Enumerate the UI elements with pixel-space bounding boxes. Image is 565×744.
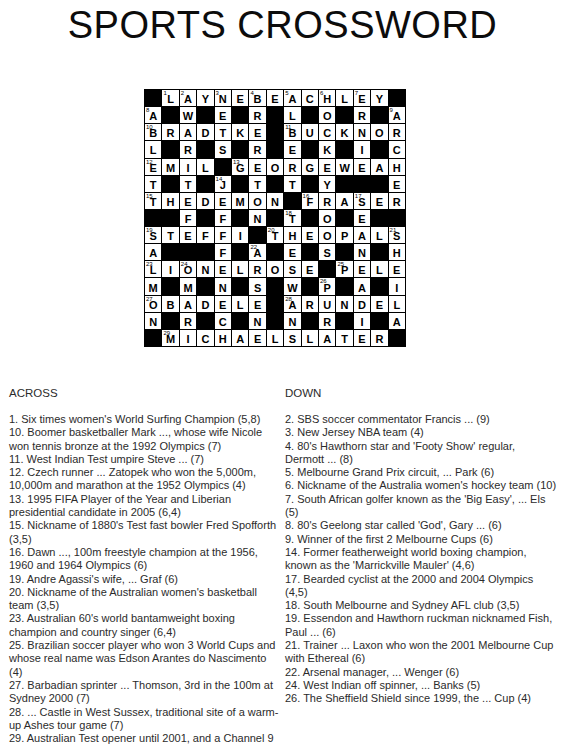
grid-cell[interactable]: E [249, 124, 265, 140]
grid-cell[interactable]: 18T [284, 210, 300, 226]
grid-cell-black [302, 313, 318, 329]
grid-cell[interactable]: R [302, 296, 318, 312]
grid-cell[interactable]: A [336, 193, 352, 209]
grid-cell[interactable]: E [302, 261, 318, 277]
cell-letter: L [376, 262, 383, 276]
grid-cell[interactable]: A [232, 330, 248, 346]
cell-letter: A [341, 194, 349, 208]
grid-cell[interactable]: L [197, 159, 213, 175]
clue-number: 5 [285, 90, 288, 97]
grid-cell[interactable]: I [354, 141, 370, 157]
crossword-grid: 1L2AY3NE4BE5AC6HL7EY8AWERLOR9A10BRADTKE1… [144, 89, 406, 347]
grid-cell[interactable]: Y [197, 90, 213, 106]
down-clue: 6. Nickname of the Australia women's hoc… [285, 479, 557, 492]
across-clue: 20. Nickname of the Australian women's b… [9, 586, 279, 613]
grid-cell[interactable]: 6H [319, 90, 335, 106]
grid-cell[interactable]: N [249, 210, 265, 226]
grid-cell-black [336, 210, 352, 226]
grid-cell[interactable]: E [371, 296, 387, 312]
grid-cell-black [162, 176, 178, 192]
grid-cell[interactable]: A [145, 244, 161, 260]
grid-cell[interactable]: 20T [267, 227, 283, 243]
cell-letter: E [306, 262, 313, 276]
grid-cell[interactable]: S [284, 330, 300, 346]
grid-cell-black [336, 141, 352, 157]
cell-letter: L [306, 331, 313, 345]
grid-cell-black [162, 244, 178, 260]
clue-number: 8 [146, 107, 149, 114]
grid-cell[interactable]: 17S [354, 193, 370, 209]
grid-cell[interactable]: B [162, 296, 178, 312]
grid-cell-black [197, 141, 213, 157]
grid-cell[interactable]: C [319, 124, 335, 140]
grid-cell-black [319, 261, 335, 277]
cell-letter: N [254, 314, 262, 328]
grid-cell[interactable]: L [145, 141, 161, 157]
grid-cell[interactable]: I [180, 330, 196, 346]
clue-number: 25 [337, 261, 344, 268]
down-clue: 8. 80's Geelong star called 'God', Gary … [285, 519, 557, 532]
grid-cell[interactable]: U [302, 124, 318, 140]
grid-cell-black [336, 313, 352, 329]
cell-letter: M [183, 280, 192, 294]
grid-cell[interactable]: L [267, 330, 283, 346]
grid-cell[interactable]: C [389, 141, 405, 157]
cell-letter: M [149, 280, 158, 294]
clue-number: 21 [390, 227, 397, 234]
grid-cell[interactable]: E [389, 261, 405, 277]
cell-letter: A [358, 228, 366, 242]
cell-letter: D [358, 297, 366, 311]
grid-cell[interactable]: I [354, 313, 370, 329]
grid-cell[interactable]: T [249, 176, 265, 192]
clue-number: 16 [303, 193, 310, 200]
cell-letter: R [306, 297, 314, 311]
grid-cell[interactable]: T [215, 124, 231, 140]
grid-cell-black [267, 141, 283, 157]
grid-cell[interactable]: H [215, 330, 231, 346]
cell-letter: N [341, 297, 349, 311]
grid-cell[interactable]: 4B [249, 90, 265, 106]
grid-cell[interactable]: A [389, 313, 405, 329]
cell-letter: E [184, 194, 191, 208]
grid-cell[interactable]: R [319, 313, 335, 329]
grid-cell[interactable]: O [267, 159, 283, 175]
grid-cell[interactable]: A [354, 227, 370, 243]
grid-cell[interactable]: D [197, 124, 213, 140]
down-clue: 24. West Indian off spinner, ... Banks (… [285, 679, 557, 692]
grid-cell[interactable]: T [145, 176, 161, 192]
cell-letter: Y [324, 177, 331, 191]
grid-cell[interactable]: M [232, 193, 248, 209]
clue-number: 29 [163, 330, 170, 337]
grid-cell[interactable]: W [336, 159, 352, 175]
grid-cell[interactable]: M [180, 278, 196, 294]
grid-cell[interactable]: E [284, 141, 300, 157]
down-clue: 21. Trainer ... Laxon who won the 2001 M… [285, 639, 557, 666]
clue-number: 23 [146, 261, 153, 268]
down-clue: 22. Arsenal manager, ... Wenger (6) [285, 666, 557, 679]
cell-letter: G [306, 160, 315, 174]
across-clue: 29. Australian Test opener until 2001, a… [9, 732, 279, 744]
cell-letter: N [201, 262, 209, 276]
down-clue: 18. South Melbourne and Sydney AFL club … [285, 599, 557, 612]
grid-cell[interactable]: S [249, 278, 265, 294]
grid-cell[interactable]: T [336, 330, 352, 346]
grid-cell[interactable]: E [354, 261, 370, 277]
cell-letter: L [237, 297, 244, 311]
grid-cell[interactable]: R [319, 193, 335, 209]
grid-cell[interactable]: E [249, 296, 265, 312]
cell-letter: R [184, 314, 192, 328]
cell-letter: E [237, 91, 244, 105]
grid-cell[interactable]: F [197, 227, 213, 243]
grid-cell[interactable]: S [215, 141, 231, 157]
grid-cell[interactable]: W [180, 107, 196, 123]
grid-cell[interactable]: F [215, 227, 231, 243]
grid-cell[interactable]: I [180, 159, 196, 175]
cell-letter: H [323, 91, 331, 105]
cell-letter: S [219, 142, 226, 156]
down-clue: 2. SBS soccer commentator Francis ... (9… [285, 413, 557, 426]
grid-cell[interactable]: O [319, 210, 335, 226]
grid-cell[interactable]: I [162, 261, 178, 277]
cell-letter: L [167, 91, 174, 105]
grid-cell[interactable]: D [197, 193, 213, 209]
grid-cell[interactable]: 10B [145, 124, 161, 140]
grid-cell[interactable]: N [249, 313, 265, 329]
cell-letter: L [289, 108, 296, 122]
cell-letter: I [395, 280, 398, 294]
grid-cell[interactable]: 16F [302, 193, 318, 209]
cell-letter: I [169, 262, 172, 276]
grid-cell[interactable]: R [354, 107, 370, 123]
grid-cell[interactable]: A [180, 124, 196, 140]
grid-cell[interactable]: C [215, 313, 231, 329]
grid-cell[interactable]: 1L [162, 90, 178, 106]
grid-cell[interactable]: N [354, 244, 370, 260]
grid-cell-black [302, 210, 318, 226]
grid-cell-black [145, 90, 161, 106]
grid-cell-black [371, 244, 387, 260]
grid-cell[interactable]: L [371, 261, 387, 277]
cell-letter: N [271, 194, 279, 208]
grid-cell[interactable]: N [336, 296, 352, 312]
grid-cell[interactable]: 3N [215, 90, 231, 106]
grid-cell[interactable]: A [319, 330, 335, 346]
grid-cell[interactable]: H [162, 193, 178, 209]
grid-cell[interactable]: N [145, 313, 161, 329]
grid-cell[interactable]: H [284, 227, 300, 243]
grid-cell[interactable]: E [180, 193, 196, 209]
grid-cell[interactable]: P [336, 227, 352, 243]
grid-cell[interactable]: E [319, 159, 335, 175]
grid-cell[interactable]: 7E [354, 90, 370, 106]
grid-cell[interactable]: N [284, 313, 300, 329]
grid-cell[interactable]: 27O [145, 296, 161, 312]
clue-number: 24 [181, 261, 188, 268]
grid-cell[interactable]: 5A [284, 90, 300, 106]
grid-cell[interactable]: E [180, 227, 196, 243]
grid-cell[interactable]: 22A [249, 244, 265, 260]
grid-cell[interactable]: L [284, 107, 300, 123]
cell-letter: R [375, 331, 383, 345]
cell-letter: P [341, 228, 348, 242]
across-clue: 11. West Indian Test umpire Steve ... (7… [9, 453, 279, 466]
grid-cell[interactable]: 11B [284, 124, 300, 140]
grid-cell[interactable]: A [371, 159, 387, 175]
grid-cell[interactable]: Y [371, 90, 387, 106]
cell-letter: R [167, 125, 175, 139]
down-clue: 14. Former featherweight world boxing ch… [285, 546, 557, 573]
grid-cell[interactable]: E [232, 90, 248, 106]
cell-letter: D [201, 297, 209, 311]
cell-letter: E [271, 91, 278, 105]
cell-letter: N [288, 314, 296, 328]
grid-cell[interactable]: C [302, 90, 318, 106]
across-clue: 28. ... Castle in West Sussex, tradition… [9, 706, 279, 733]
down-clue: 3. New Jersey NBA team (4) [285, 426, 557, 439]
grid-cell[interactable]: U [319, 296, 335, 312]
cell-letter: L [150, 142, 157, 156]
grid-cell[interactable]: E [215, 107, 231, 123]
grid-cell[interactable]: R [371, 330, 387, 346]
grid-cell-black [267, 210, 283, 226]
grid-cell-black [389, 210, 405, 226]
cell-letter: R [254, 142, 262, 156]
grid-cell[interactable]: 21S [389, 227, 405, 243]
cell-letter: E [254, 297, 261, 311]
cell-letter: E [219, 262, 226, 276]
cell-letter: R [254, 108, 262, 122]
grid-cell[interactable]: 8A [145, 107, 161, 123]
clue-number: 11 [285, 124, 291, 131]
cell-letter: A [236, 331, 244, 345]
grid-cell[interactable]: E [354, 210, 370, 226]
cell-letter: H [219, 331, 227, 345]
grid-cell[interactable]: 28A [284, 296, 300, 312]
cell-letter: O [323, 108, 332, 122]
grid-cell[interactable]: O [319, 107, 335, 123]
grid-cell[interactable]: D [354, 296, 370, 312]
grid-cell[interactable]: E [215, 261, 231, 277]
grid-cell[interactable]: D [197, 296, 213, 312]
clue-number: 20 [268, 227, 275, 234]
cell-letter: N [219, 280, 227, 294]
grid-cell[interactable]: O [249, 193, 265, 209]
grid-cell-black [232, 313, 248, 329]
grid-cell[interactable]: E [249, 159, 265, 175]
grid-cell[interactable]: 13G [232, 159, 248, 175]
cell-letter: T [289, 177, 296, 191]
cell-letter: R [323, 314, 331, 328]
grid-cell[interactable]: 2A [180, 90, 196, 106]
grid-cell[interactable]: 23L [145, 261, 161, 277]
cell-letter: T [254, 177, 261, 191]
grid-cell[interactable]: L [371, 227, 387, 243]
grid-cell[interactable]: 24O [180, 261, 196, 277]
grid-cell[interactable]: K [232, 124, 248, 140]
clue-number: 15 [146, 193, 153, 200]
grid-cell-black [267, 244, 283, 260]
grid-cell[interactable]: S [319, 244, 335, 260]
cell-letter: C [323, 125, 331, 139]
grid-cell[interactable]: R [249, 107, 265, 123]
cell-letter: O [375, 125, 384, 139]
across-clue: 23. Australian 60's world bantamweight b… [9, 612, 279, 639]
grid-cell[interactable]: L [232, 296, 248, 312]
clue-number: 22 [250, 244, 257, 251]
grid-cell[interactable]: R [249, 141, 265, 157]
grid-cell-black [145, 210, 161, 226]
cell-letter: R [254, 262, 262, 276]
crossword-page: SPORTS CROSSWORD 1L2AY3NE4BE5AC6HL7EY8AW… [0, 0, 565, 744]
grid-cell-black [232, 244, 248, 260]
grid-cell[interactable]: R [162, 124, 178, 140]
grid-cell[interactable]: E [389, 176, 405, 192]
grid-cell-black [249, 227, 265, 243]
grid-cell-black [232, 107, 248, 123]
grid-cell-black [180, 244, 196, 260]
grid-cell[interactable]: N [215, 278, 231, 294]
cell-letter: S [289, 331, 296, 345]
grid-cell[interactable]: 19S [145, 227, 161, 243]
clue-number: 12 [146, 159, 153, 166]
cell-letter: H [393, 160, 401, 174]
grid-cell[interactable]: 12E [145, 159, 161, 175]
clue-number: 7 [355, 90, 358, 97]
grid-cell[interactable]: E [354, 330, 370, 346]
clue-number: 28 [285, 296, 292, 303]
grid-cell[interactable]: L [336, 90, 352, 106]
grid-cell[interactable]: L [302, 330, 318, 346]
grid-cell[interactable]: A [354, 278, 370, 294]
cell-letter: A [393, 108, 401, 122]
grid-cell[interactable]: T [284, 176, 300, 192]
across-clue: 10. Boomer basketballer Mark ..., whose … [9, 426, 279, 453]
cell-letter: U [306, 125, 314, 139]
grid-cell[interactable]: F [180, 210, 196, 226]
cell-letter: A [184, 91, 192, 105]
grid-cell-black [197, 107, 213, 123]
grid-cell[interactable]: F [215, 244, 231, 260]
grid-cell[interactable]: O [371, 124, 387, 140]
grid-cell[interactable]: R [389, 193, 405, 209]
cell-letter: N [358, 245, 366, 259]
cell-letter: O [323, 211, 332, 225]
clue-number: 6 [320, 90, 323, 97]
grid-cell[interactable]: R [249, 261, 265, 277]
cell-letter: T [150, 177, 157, 191]
cell-letter: M [236, 194, 245, 208]
across-clue: 19. Andre Agassi's wife, ... Graf (6) [9, 573, 279, 586]
grid-cell[interactable]: F [215, 210, 231, 226]
grid-cell[interactable]: M [162, 159, 178, 175]
cell-letter: H [167, 194, 175, 208]
down-clue: 17. Bearded cyclist at the 2000 and 2004… [285, 573, 557, 600]
grid-cell[interactable]: N [197, 261, 213, 277]
grid-cell[interactable]: G [302, 159, 318, 175]
grid-cell[interactable]: N [354, 124, 370, 140]
grid-cell[interactable]: H [389, 244, 405, 260]
grid-cell[interactable]: I [232, 227, 248, 243]
grid-cell[interactable]: K [319, 141, 335, 157]
cell-letter: R [288, 160, 296, 174]
grid-cell[interactable]: K [336, 124, 352, 140]
grid-cell[interactable]: M [145, 278, 161, 294]
grid-cell[interactable]: R [284, 159, 300, 175]
cell-letter: I [360, 314, 363, 328]
grid-cell[interactable]: 15T [145, 193, 161, 209]
down-clue-list: 2. SBS soccer commentator Francis ... (9… [285, 413, 557, 706]
cell-letter: W [339, 160, 349, 174]
grid-cell[interactable]: N [267, 193, 283, 209]
cell-letter: Y [376, 91, 383, 105]
down-clue: 5. Melbourne Grand Prix circuit, ... Par… [285, 466, 557, 479]
cell-letter: E [306, 228, 313, 242]
cell-letter: T [219, 125, 226, 139]
grid-cell[interactable]: E [371, 193, 387, 209]
grid-cell[interactable]: R [389, 124, 405, 140]
cell-letter: A [393, 314, 401, 328]
grid-cell[interactable]: E [302, 227, 318, 243]
grid-cell[interactable]: E [354, 159, 370, 175]
grid-cell[interactable]: R [180, 141, 196, 157]
cell-letter: B [167, 297, 175, 311]
grid-cell[interactable]: Y [319, 176, 335, 192]
grid-cell-black [162, 278, 178, 294]
grid-cell[interactable]: O [267, 261, 283, 277]
cell-letter: C [201, 331, 209, 345]
cell-letter: H [393, 245, 401, 259]
down-clue: 7. South African golfer known as the 'Bi… [285, 493, 557, 520]
grid-cell[interactable]: R [180, 313, 196, 329]
page-title: SPORTS CROSSWORD [0, 4, 565, 47]
grid-cell[interactable]: T [180, 176, 196, 192]
cell-letter: A [184, 125, 192, 139]
cell-letter: E [358, 331, 365, 345]
grid-cell[interactable]: O [319, 227, 335, 243]
grid-cell[interactable]: E [284, 244, 300, 260]
grid-cell[interactable]: I [389, 278, 405, 294]
grid-cell[interactable]: E [215, 296, 231, 312]
grid-cell[interactable]: S [284, 261, 300, 277]
clue-number: 26 [320, 278, 327, 285]
cell-letter: K [236, 125, 244, 139]
grid-cell[interactable]: E [215, 193, 231, 209]
grid-cell[interactable]: E [249, 330, 265, 346]
across-clue: 15. Nickname of 1880's Test fast bowler … [9, 519, 279, 546]
grid-cell[interactable]: T [162, 227, 178, 243]
grid-cell-black [162, 141, 178, 157]
grid-cell[interactable]: L [232, 261, 248, 277]
grid-cell[interactable]: E [267, 90, 283, 106]
grid-cell-black [302, 141, 318, 157]
grid-cell[interactable]: 26P [319, 278, 335, 294]
grid-cell[interactable]: A [180, 296, 196, 312]
grid-cell[interactable]: 25P [336, 261, 352, 277]
grid-cell-black [302, 278, 318, 294]
grid-cell[interactable]: 14J [215, 176, 231, 192]
grid-cell-black [267, 296, 283, 312]
grid-cell[interactable]: W [284, 278, 300, 294]
grid-cell[interactable]: 29M [162, 330, 178, 346]
grid-cell[interactable]: H [389, 159, 405, 175]
grid-cell[interactable]: L [389, 296, 405, 312]
cell-letter: E [393, 177, 400, 191]
grid-cell[interactable]: C [197, 330, 213, 346]
grid-cell[interactable]: 9A [389, 107, 405, 123]
